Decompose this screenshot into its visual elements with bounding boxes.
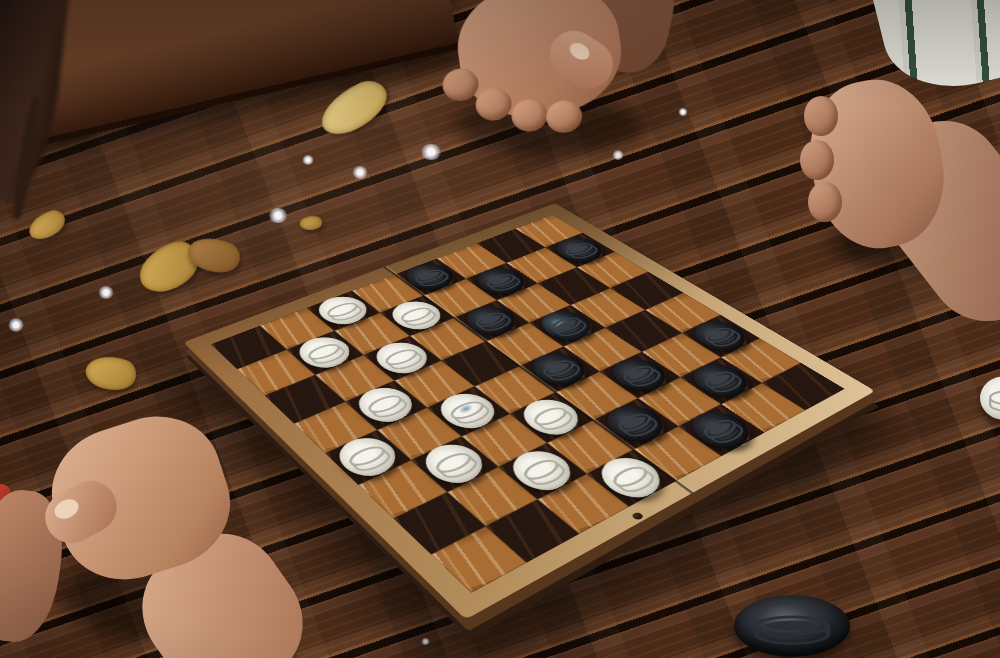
knuckle — [808, 182, 842, 222]
arm-top-right — [798, 0, 1000, 308]
water-glint — [302, 155, 314, 165]
hands-bottom-left — [0, 410, 320, 658]
knuckle — [804, 96, 838, 136]
water-glint — [352, 166, 368, 179]
board-clasp — [631, 512, 645, 521]
water-glint — [612, 150, 624, 160]
water-glint — [420, 144, 442, 160]
water-glint — [98, 286, 114, 299]
photo-scene: ⛀⛂⛀⛀⛂⛂⛀⛂⛀⛂⛀⛀⛂⛀⛀⛂⛂⛀⛂⛂⛀⛂ ⛂ ⛀ — [0, 0, 1000, 658]
knuckle — [800, 140, 834, 180]
water-glint — [8, 318, 24, 332]
black-piece-captured[interactable]: ⛂ — [734, 595, 850, 656]
water-glint — [421, 638, 430, 645]
water-glint — [268, 208, 288, 223]
water-glint — [678, 108, 688, 116]
